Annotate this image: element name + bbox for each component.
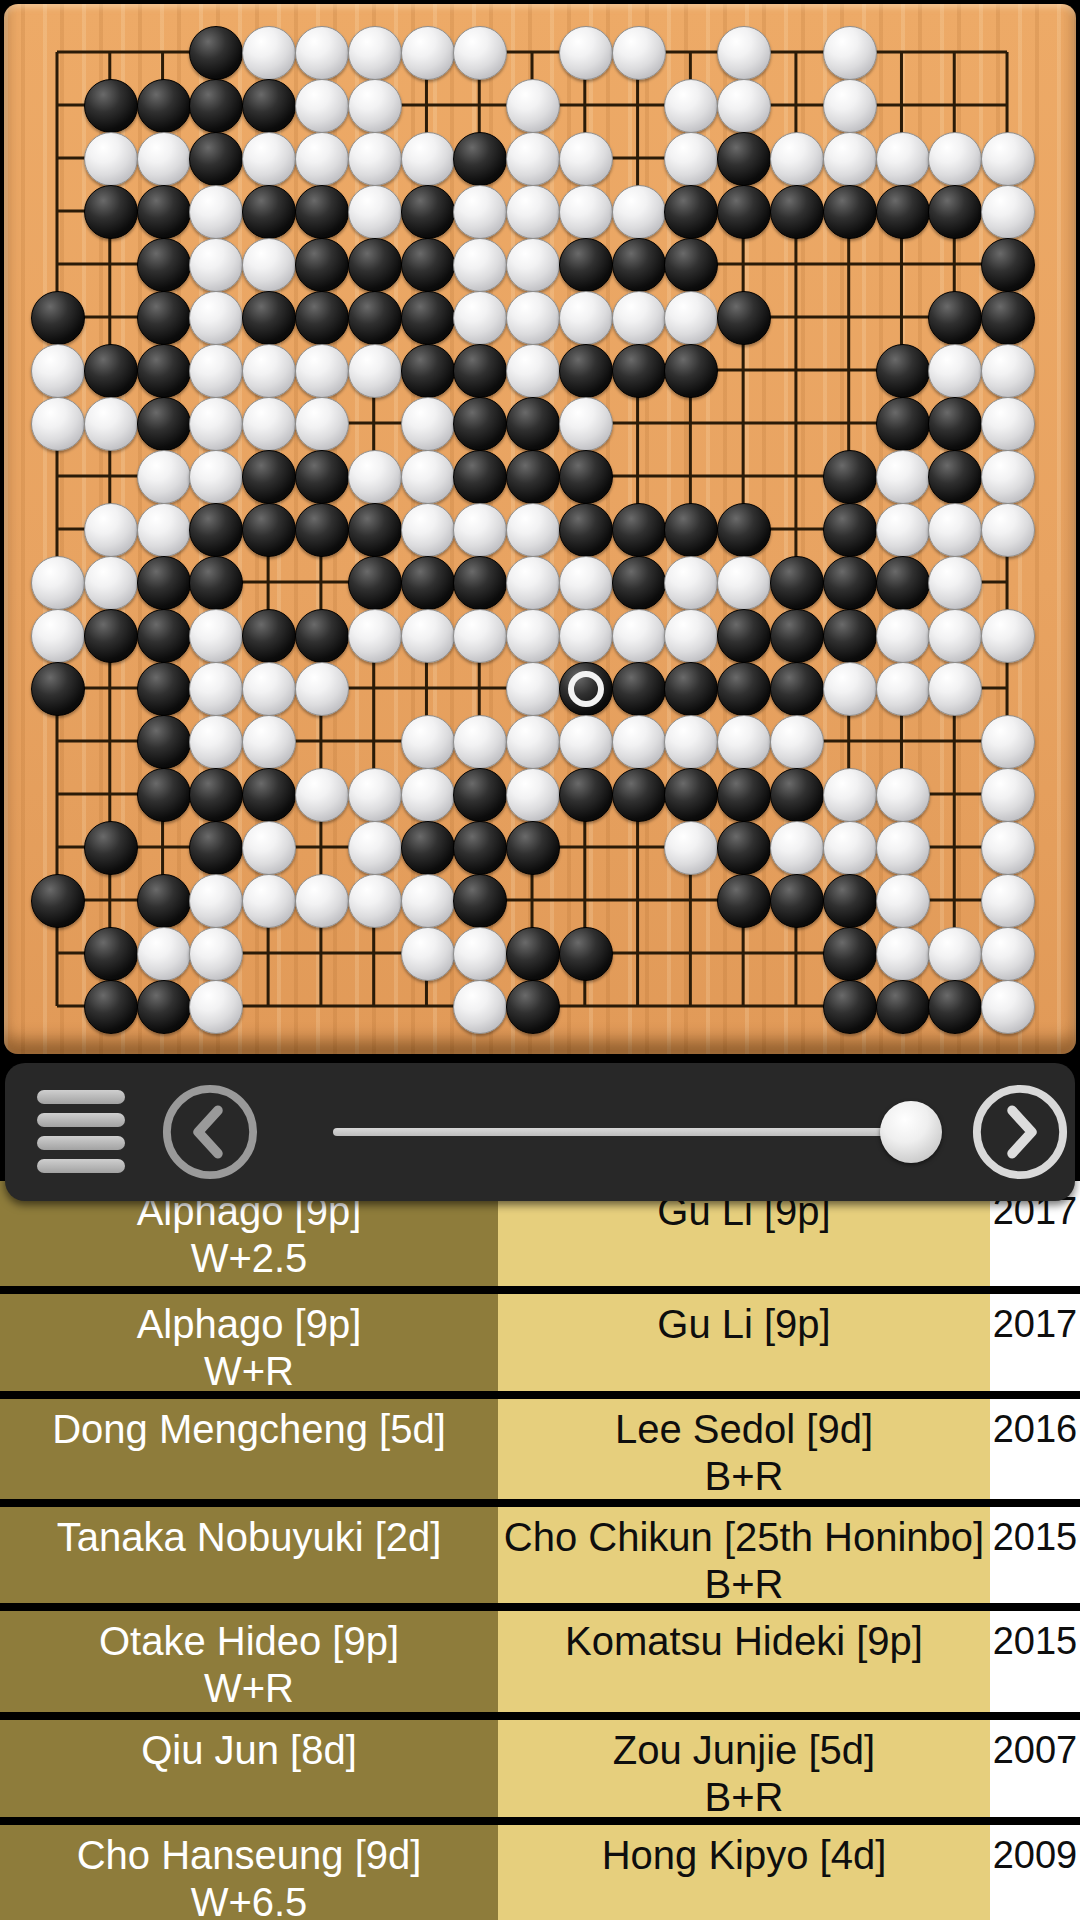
stone-white[interactable] [612,291,666,345]
stone-black[interactable] [612,238,666,292]
stone-black[interactable] [876,556,930,610]
stone-white[interactable] [189,662,243,716]
stone-white[interactable] [348,79,402,133]
stone-white[interactable] [189,185,243,239]
stone-black[interactable] [242,450,296,504]
stone-white[interactable] [137,503,191,557]
stone-black[interactable] [823,609,877,663]
stone-black[interactable] [770,874,824,928]
stone-black[interactable] [928,397,982,451]
stone-white[interactable] [242,397,296,451]
stone-white[interactable] [559,132,613,186]
stone-white[interactable] [348,450,402,504]
stone-white[interactable] [401,927,455,981]
stone-black[interactable] [770,768,824,822]
stone-white[interactable] [506,291,560,345]
stone-white[interactable] [348,185,402,239]
stone-black[interactable] [559,662,613,716]
stone-white[interactable] [981,715,1035,769]
stone-white[interactable] [242,662,296,716]
stone-black[interactable] [664,662,718,716]
stone-black[interactable] [928,450,982,504]
stone-white[interactable] [559,291,613,345]
player2-cell[interactable]: Zou Junjie [5d]B+R [498,1720,990,1817]
stone-white[interactable] [876,874,930,928]
stone-white[interactable] [823,79,877,133]
stone-black[interactable] [770,662,824,716]
stone-white[interactable] [981,980,1035,1034]
stone-white[interactable] [823,26,877,80]
player2-cell[interactable]: Hong Kipyo [4d] [498,1825,990,1920]
stone-black[interactable] [295,609,349,663]
stone-black[interactable] [295,503,349,557]
stone-white[interactable] [981,768,1035,822]
player1-cell[interactable]: Dong Mengcheng [5d] [0,1399,498,1499]
stone-black[interactable] [189,26,243,80]
stone-black[interactable] [242,291,296,345]
stone-black[interactable] [664,344,718,398]
stone-white[interactable] [453,238,507,292]
stone-black[interactable] [295,185,349,239]
stone-black[interactable] [242,185,296,239]
stone-black[interactable] [612,556,666,610]
stone-white[interactable] [928,344,982,398]
stone-white[interactable] [559,397,613,451]
stone-white[interactable] [506,715,560,769]
year-cell[interactable]: 2016 [990,1399,1080,1499]
stone-white[interactable] [242,26,296,80]
stone-black[interactable] [453,556,507,610]
stone-black[interactable] [823,185,877,239]
stone-white[interactable] [31,344,85,398]
stone-white[interactable] [612,26,666,80]
stone-white[interactable] [823,768,877,822]
stone-white[interactable] [295,79,349,133]
stone-black[interactable] [717,821,771,875]
stone-black[interactable] [823,556,877,610]
stone-white[interactable] [928,609,982,663]
stone-black[interactable] [664,185,718,239]
stone-white[interactable] [453,185,507,239]
stone-white[interactable] [770,821,824,875]
stone-black[interactable] [137,556,191,610]
stone-white[interactable] [559,715,613,769]
stone-black[interactable] [242,503,296,557]
stone-white[interactable] [770,715,824,769]
stone-white[interactable] [664,609,718,663]
stone-white[interactable] [137,927,191,981]
stone-white[interactable] [189,980,243,1034]
stone-white[interactable] [295,344,349,398]
stone-black[interactable] [770,185,824,239]
player1-cell[interactable]: Alphago [9p]W+R [0,1294,498,1391]
stone-white[interactable] [506,238,560,292]
slider-thumb[interactable] [880,1101,942,1163]
stone-white[interactable] [348,344,402,398]
stone-black[interactable] [506,980,560,1034]
stone-black[interactable] [401,185,455,239]
stone-black[interactable] [981,291,1035,345]
stone-black[interactable] [612,344,666,398]
stone-black[interactable] [770,609,824,663]
stone-black[interactable] [84,980,138,1034]
stone-black[interactable] [981,238,1035,292]
stone-black[interactable] [823,450,877,504]
game-row[interactable]: Dong Mengcheng [5d]Lee Sedol [9d]B+R2016 [0,1391,1080,1499]
stone-white[interactable] [717,556,771,610]
stone-black[interactable] [876,397,930,451]
stone-black[interactable] [453,874,507,928]
stone-black[interactable] [876,344,930,398]
stone-black[interactable] [770,556,824,610]
result-label: W+R [0,1348,498,1395]
player2-cell[interactable]: Komatsu Hideki [9p] [498,1611,990,1712]
stone-black[interactable] [823,980,877,1034]
stone-white[interactable] [506,662,560,716]
stone-black[interactable] [189,132,243,186]
stone-white[interactable] [506,132,560,186]
stone-white[interactable] [506,185,560,239]
stone-white[interactable] [84,132,138,186]
stone-white[interactable] [348,26,402,80]
player1-cell[interactable]: Tanaka Nobuyuki [2d] [0,1507,498,1603]
stone-white[interactable] [823,132,877,186]
stone-white[interactable] [559,556,613,610]
stone-black[interactable] [137,238,191,292]
stone-white[interactable] [612,185,666,239]
stone-black[interactable] [295,450,349,504]
stone-black[interactable] [137,397,191,451]
stone-black[interactable] [506,927,560,981]
slider-track [333,1128,911,1136]
stone-black[interactable] [717,185,771,239]
stone-black[interactable] [295,238,349,292]
stone-white[interactable] [295,26,349,80]
stone-black[interactable] [876,980,930,1034]
stone-white[interactable] [137,450,191,504]
game-row[interactable]: Qiu Jun [8d]Zou Junjie [5d]B+R2007 [0,1712,1080,1817]
stone-white[interactable] [876,609,930,663]
stone-white[interactable] [981,609,1035,663]
stone-white[interactable] [348,874,402,928]
stone-black[interactable] [506,450,560,504]
result-label: W+6.5 [0,1879,498,1920]
stone-white[interactable] [981,821,1035,875]
stone-white[interactable] [981,874,1035,928]
year-label: 2015 [993,1620,1078,1662]
stone-black[interactable] [189,79,243,133]
year-cell[interactable]: 2009 [990,1825,1080,1920]
stone-white[interactable] [981,344,1035,398]
stone-white[interactable] [242,874,296,928]
menu-icon[interactable] [37,1090,125,1174]
stone-black[interactable] [295,291,349,345]
stone-black[interactable] [137,715,191,769]
year-cell[interactable]: 2017 [990,1294,1080,1391]
stone-white[interactable] [453,980,507,1034]
stone-black[interactable] [717,768,771,822]
stone-white[interactable] [717,79,771,133]
stone-white[interactable] [189,397,243,451]
stone-white[interactable] [401,26,455,80]
stone-white[interactable] [876,503,930,557]
stone-black[interactable] [506,397,560,451]
stone-white[interactable] [981,132,1035,186]
stone-white[interactable] [295,397,349,451]
stone-white[interactable] [928,556,982,610]
year-cell[interactable]: 2007 [990,1720,1080,1817]
stone-black[interactable] [612,768,666,822]
year-cell[interactable]: 2015 [990,1507,1080,1603]
stone-white[interactable] [295,662,349,716]
stone-white[interactable] [717,715,771,769]
stone-white[interactable] [664,291,718,345]
stone-black[interactable] [401,344,455,398]
stone-white[interactable] [928,503,982,557]
player2-cell[interactable]: Lee Sedol [9d]B+R [498,1399,990,1499]
stone-white[interactable] [506,609,560,663]
stone-white[interactable] [981,185,1035,239]
player2-cell[interactable]: Gu Li [9p] [498,1294,990,1391]
stone-white[interactable] [506,503,560,557]
stone-white[interactable] [189,927,243,981]
stone-black[interactable] [137,874,191,928]
stone-white[interactable] [401,715,455,769]
stone-black[interactable] [137,185,191,239]
stone-white[interactable] [295,874,349,928]
stone-white[interactable] [189,609,243,663]
stone-white[interactable] [928,927,982,981]
stone-white[interactable] [981,927,1035,981]
stone-white[interactable] [928,132,982,186]
stone-white[interactable] [559,185,613,239]
stone-black[interactable] [31,662,85,716]
stone-white[interactable] [348,132,402,186]
stone-black[interactable] [928,185,982,239]
player1-cell[interactable]: Qiu Jun [8d] [0,1720,498,1817]
stone-black[interactable] [928,291,982,345]
stone-white[interactable] [189,344,243,398]
stone-white[interactable] [453,715,507,769]
stone-white[interactable] [84,397,138,451]
stone-black[interactable] [401,238,455,292]
stone-white[interactable] [664,821,718,875]
game-row[interactable]: Alphago [9p]W+RGu Li [9p]2017 [0,1286,1080,1391]
stone-black[interactable] [664,238,718,292]
stone-white[interactable] [401,874,455,928]
stone-black[interactable] [928,980,982,1034]
stone-black[interactable] [31,874,85,928]
stone-white[interactable] [453,26,507,80]
stone-white[interactable] [664,79,718,133]
stone-black[interactable] [717,609,771,663]
game-row[interactable]: Cho Hanseung [9d]W+6.5Hong Kipyo [4d]200… [0,1817,1080,1920]
stone-black[interactable] [84,344,138,398]
stone-white[interactable] [401,132,455,186]
stone-black[interactable] [453,344,507,398]
stone-black[interactable] [559,344,613,398]
stone-black[interactable] [506,821,560,875]
stone-black[interactable] [31,291,85,345]
stone-black[interactable] [612,503,666,557]
stone-black[interactable] [348,556,402,610]
stone-white[interactable] [401,397,455,451]
player2-cell[interactable]: Cho Chikun [25th Honinbo]B+R [498,1507,990,1603]
stone-black[interactable] [137,291,191,345]
stone-white[interactable] [242,715,296,769]
stone-black[interactable] [559,927,613,981]
stone-white[interactable] [664,556,718,610]
year-cell[interactable]: 2015 [990,1611,1080,1712]
stone-white[interactable] [401,609,455,663]
stone-white[interactable] [876,662,930,716]
stone-black[interactable] [137,980,191,1034]
stone-black[interactable] [242,768,296,822]
stone-white[interactable] [189,238,243,292]
stone-white[interactable] [242,238,296,292]
stone-white[interactable] [401,503,455,557]
game-row[interactable]: Otake Hideo [9p]W+RKomatsu Hideki [9p]20… [0,1603,1080,1712]
stone-black[interactable] [84,79,138,133]
stone-black[interactable] [823,927,877,981]
stone-black[interactable] [717,132,771,186]
stone-white[interactable] [295,132,349,186]
stone-black[interactable] [401,291,455,345]
player1-cell[interactable]: Cho Hanseung [9d]W+6.5 [0,1825,498,1920]
stone-white[interactable] [401,768,455,822]
stone-white[interactable] [189,450,243,504]
stone-white[interactable] [242,344,296,398]
stone-white[interactable] [664,132,718,186]
stone-white[interactable] [664,715,718,769]
stone-black[interactable] [717,291,771,345]
stone-black[interactable] [84,609,138,663]
stone-black[interactable] [348,238,402,292]
stone-black[interactable] [717,503,771,557]
stone-black[interactable] [189,556,243,610]
stone-white[interactable] [823,662,877,716]
stone-white[interactable] [876,132,930,186]
stone-white[interactable] [559,26,613,80]
stone-black[interactable] [453,450,507,504]
stone-black[interactable] [401,821,455,875]
stone-black[interactable] [84,185,138,239]
stone-white[interactable] [401,450,455,504]
stone-black[interactable] [717,874,771,928]
stone-black[interactable] [137,662,191,716]
stone-white[interactable] [242,821,296,875]
stone-white[interactable] [823,821,877,875]
stone-black[interactable] [612,662,666,716]
stone-black[interactable] [453,132,507,186]
stone-white[interactable] [506,344,560,398]
stone-white[interactable] [612,715,666,769]
stone-white[interactable] [31,609,85,663]
stone-black[interactable] [84,927,138,981]
player1-cell[interactable]: Otake Hideo [9p]W+R [0,1611,498,1712]
stone-white[interactable] [928,662,982,716]
stone-black[interactable] [453,821,507,875]
stone-black[interactable] [559,503,613,557]
stone-black[interactable] [348,503,402,557]
stone-black[interactable] [189,768,243,822]
stone-white[interactable] [612,609,666,663]
stone-white[interactable] [770,132,824,186]
stone-white[interactable] [559,609,613,663]
stone-white[interactable] [453,609,507,663]
stone-black[interactable] [559,450,613,504]
stone-black[interactable] [664,768,718,822]
stone-white[interactable] [506,768,560,822]
stone-black[interactable] [401,556,455,610]
stone-black[interactable] [137,768,191,822]
stone-white[interactable] [453,927,507,981]
stone-black[interactable] [137,609,191,663]
stone-white[interactable] [506,556,560,610]
stone-white[interactable] [348,821,402,875]
stone-black[interactable] [823,503,877,557]
stone-white[interactable] [876,821,930,875]
prev-move-button[interactable] [161,1083,259,1181]
stone-white[interactable] [348,609,402,663]
stone-white[interactable] [189,715,243,769]
stone-black[interactable] [664,503,718,557]
stone-white[interactable] [981,503,1035,557]
stone-black[interactable] [84,821,138,875]
stone-white[interactable] [137,132,191,186]
stone-white[interactable] [31,397,85,451]
stone-white[interactable] [189,874,243,928]
stone-white[interactable] [242,132,296,186]
game-row[interactable]: Tanaka Nobuyuki [2d]Cho Chikun [25th Hon… [0,1499,1080,1603]
stone-black[interactable] [559,768,613,822]
go-board[interactable] [0,0,1080,1062]
stone-black[interactable] [189,821,243,875]
stone-black[interactable] [823,874,877,928]
stone-white[interactable] [348,768,402,822]
player1-name: Alphago [9p] [137,1302,362,1346]
stone-white[interactable] [453,291,507,345]
stone-white[interactable] [506,79,560,133]
stone-black[interactable] [717,662,771,716]
stone-black[interactable] [189,503,243,557]
next-move-button[interactable] [971,1083,1069,1181]
stone-white[interactable] [189,291,243,345]
year-label: 2016 [993,1408,1078,1450]
stone-black[interactable] [559,238,613,292]
stone-black[interactable] [453,397,507,451]
stone-white[interactable] [876,450,930,504]
stone-white[interactable] [84,503,138,557]
stone-black[interactable] [242,609,296,663]
stone-white[interactable] [453,503,507,557]
stone-black[interactable] [453,768,507,822]
move-slider[interactable] [333,1063,949,1201]
stone-white[interactable] [876,927,930,981]
stone-white[interactable] [31,556,85,610]
stone-black[interactable] [242,79,296,133]
stone-black[interactable] [876,185,930,239]
stone-white[interactable] [981,397,1035,451]
stone-black[interactable] [137,79,191,133]
stone-white[interactable] [84,556,138,610]
stone-white[interactable] [295,768,349,822]
stone-white[interactable] [876,768,930,822]
stone-white[interactable] [717,26,771,80]
stone-black[interactable] [348,291,402,345]
stone-black[interactable] [137,344,191,398]
stone-white[interactable] [981,450,1035,504]
